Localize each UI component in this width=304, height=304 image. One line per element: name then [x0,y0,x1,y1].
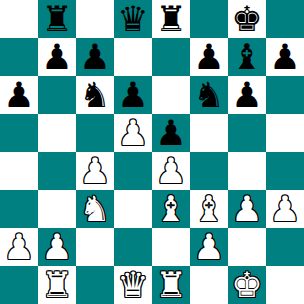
square-a2[interactable]: ♟ [0,228,38,266]
square-d8[interactable]: ♛ [114,0,152,38]
square-g2[interactable] [228,228,266,266]
square-f6[interactable]: ♞ [190,76,228,114]
square-g5[interactable] [228,114,266,152]
piece-black-pawn[interactable]: ♟ [79,40,110,75]
square-c5[interactable] [76,114,114,152]
chess-board: ♜♛♜♚♟♟♟♝♟♟♞♟♞♟♟♟♟♟♞♝♝♟♟♟♟♟♜♛♜♚ [0,0,304,304]
square-e2[interactable] [152,228,190,266]
piece-white-queen[interactable]: ♛ [117,268,148,303]
piece-black-knight[interactable]: ♞ [79,78,110,113]
square-a8[interactable] [0,0,38,38]
piece-black-pawn[interactable]: ♟ [269,40,300,75]
square-h7[interactable]: ♟ [266,38,304,76]
square-f4[interactable] [190,152,228,190]
square-e1[interactable]: ♜ [152,266,190,304]
square-g1[interactable]: ♚ [228,266,266,304]
piece-white-bishop[interactable]: ♝ [155,192,186,227]
square-e4[interactable]: ♟ [152,152,190,190]
piece-white-pawn[interactable]: ♟ [155,154,186,189]
square-a6[interactable]: ♟ [0,76,38,114]
piece-white-rook[interactable]: ♜ [41,268,72,303]
square-b7[interactable]: ♟ [38,38,76,76]
square-b1[interactable]: ♜ [38,266,76,304]
piece-black-bishop[interactable]: ♝ [231,40,262,75]
square-h3[interactable]: ♟ [266,190,304,228]
piece-black-rook[interactable]: ♜ [41,2,72,37]
square-f8[interactable] [190,0,228,38]
square-c4[interactable]: ♟ [76,152,114,190]
square-g7[interactable]: ♝ [228,38,266,76]
piece-black-rook[interactable]: ♜ [155,2,186,37]
square-a1[interactable] [0,266,38,304]
square-b4[interactable] [38,152,76,190]
square-b3[interactable] [38,190,76,228]
square-f7[interactable]: ♟ [190,38,228,76]
square-a4[interactable] [0,152,38,190]
square-g4[interactable] [228,152,266,190]
square-c7[interactable]: ♟ [76,38,114,76]
square-h4[interactable] [266,152,304,190]
piece-black-knight[interactable]: ♞ [193,78,224,113]
square-b5[interactable] [38,114,76,152]
square-e7[interactable] [152,38,190,76]
piece-white-bishop[interactable]: ♝ [193,192,224,227]
square-c1[interactable] [76,266,114,304]
piece-white-pawn[interactable]: ♟ [269,192,300,227]
piece-white-rook[interactable]: ♜ [155,268,186,303]
square-f5[interactable] [190,114,228,152]
square-f2[interactable]: ♟ [190,228,228,266]
piece-white-pawn[interactable]: ♟ [79,154,110,189]
square-d6[interactable]: ♟ [114,76,152,114]
square-g6[interactable]: ♟ [228,76,266,114]
piece-black-king[interactable]: ♚ [231,2,262,37]
piece-black-pawn[interactable]: ♟ [41,40,72,75]
square-e5[interactable]: ♟ [152,114,190,152]
square-b2[interactable]: ♟ [38,228,76,266]
square-a3[interactable] [0,190,38,228]
square-a5[interactable] [0,114,38,152]
square-c2[interactable] [76,228,114,266]
square-d5[interactable]: ♟ [114,114,152,152]
square-g3[interactable]: ♟ [228,190,266,228]
square-f1[interactable] [190,266,228,304]
square-h8[interactable] [266,0,304,38]
square-e3[interactable]: ♝ [152,190,190,228]
square-b6[interactable] [38,76,76,114]
square-a7[interactable] [0,38,38,76]
square-e6[interactable] [152,76,190,114]
square-d4[interactable] [114,152,152,190]
square-h1[interactable] [266,266,304,304]
piece-white-pawn[interactable]: ♟ [117,116,148,151]
piece-white-pawn[interactable]: ♟ [193,230,224,265]
piece-black-queen[interactable]: ♛ [117,2,148,37]
square-g8[interactable]: ♚ [228,0,266,38]
square-c6[interactable]: ♞ [76,76,114,114]
piece-white-knight[interactable]: ♞ [79,192,110,227]
square-c3[interactable]: ♞ [76,190,114,228]
square-h6[interactable] [266,76,304,114]
piece-white-king[interactable]: ♚ [231,268,262,303]
square-f3[interactable]: ♝ [190,190,228,228]
piece-black-pawn[interactable]: ♟ [193,40,224,75]
square-h2[interactable] [266,228,304,266]
square-h5[interactable] [266,114,304,152]
square-b8[interactable]: ♜ [38,0,76,38]
piece-black-pawn[interactable]: ♟ [117,78,148,113]
piece-white-pawn[interactable]: ♟ [41,230,72,265]
square-d2[interactable] [114,228,152,266]
square-d3[interactable] [114,190,152,228]
square-c8[interactable] [76,0,114,38]
piece-black-pawn[interactable]: ♟ [3,78,34,113]
piece-black-pawn[interactable]: ♟ [155,116,186,151]
piece-white-pawn[interactable]: ♟ [231,192,262,227]
piece-white-pawn[interactable]: ♟ [3,230,34,265]
piece-black-pawn[interactable]: ♟ [231,78,262,113]
square-d1[interactable]: ♛ [114,266,152,304]
square-d7[interactable] [114,38,152,76]
square-e8[interactable]: ♜ [152,0,190,38]
